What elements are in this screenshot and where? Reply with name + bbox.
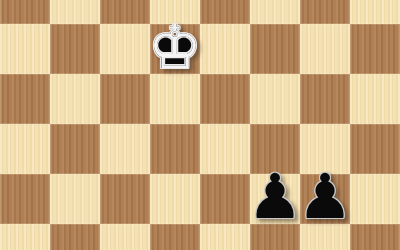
board-square[interactable] xyxy=(50,124,100,174)
board-square[interactable]: ♚♔ xyxy=(150,24,200,74)
board-square[interactable] xyxy=(200,224,250,250)
board-square[interactable] xyxy=(50,174,100,224)
board-square[interactable] xyxy=(50,24,100,74)
board-square[interactable] xyxy=(50,224,100,250)
board-square[interactable] xyxy=(350,24,400,74)
board-square[interactable] xyxy=(150,224,200,250)
board-square[interactable] xyxy=(50,0,100,24)
board-square[interactable] xyxy=(0,24,50,74)
chess-board: ♚♔♟♟ xyxy=(0,0,400,250)
board-square[interactable] xyxy=(300,0,350,24)
board-square[interactable] xyxy=(200,124,250,174)
board-square[interactable]: ♟ xyxy=(300,174,350,224)
board-square[interactable] xyxy=(350,0,400,24)
board-square[interactable] xyxy=(250,24,300,74)
board-square[interactable] xyxy=(200,174,250,224)
board-square[interactable] xyxy=(0,224,50,250)
board-square[interactable] xyxy=(200,24,250,74)
black-king[interactable]: ♚♔ xyxy=(148,17,202,77)
board-square[interactable] xyxy=(250,0,300,24)
board-square[interactable] xyxy=(0,124,50,174)
board-square[interactable] xyxy=(0,174,50,224)
board-square[interactable] xyxy=(150,124,200,174)
board-square[interactable] xyxy=(50,74,100,124)
board-square[interactable] xyxy=(100,0,150,24)
board-square[interactable] xyxy=(200,74,250,124)
board-square[interactable] xyxy=(150,174,200,224)
board-square[interactable] xyxy=(100,24,150,74)
black-king-detail: ♔ xyxy=(148,17,202,77)
black-pawn[interactable]: ♟ xyxy=(247,166,303,228)
board-square[interactable] xyxy=(100,74,150,124)
black-pawn[interactable]: ♟ xyxy=(297,166,353,228)
board-square[interactable] xyxy=(100,224,150,250)
board-square[interactable] xyxy=(100,124,150,174)
board-square[interactable] xyxy=(100,174,150,224)
board-square[interactable] xyxy=(300,74,350,124)
board-square[interactable] xyxy=(0,0,50,24)
board-square[interactable] xyxy=(300,24,350,74)
board-square[interactable] xyxy=(250,74,300,124)
board-square[interactable] xyxy=(350,124,400,174)
board-square[interactable]: ♟ xyxy=(250,174,300,224)
board-square[interactable] xyxy=(350,224,400,250)
board-square[interactable] xyxy=(350,74,400,124)
board-square[interactable] xyxy=(0,74,50,124)
board-square[interactable] xyxy=(350,174,400,224)
chess-board-grid: ♚♔♟♟ xyxy=(0,0,400,250)
board-square[interactable] xyxy=(200,0,250,24)
